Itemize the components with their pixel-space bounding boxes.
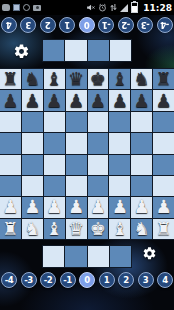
piece-white-pawn: ♟	[112, 198, 128, 216]
piece-white-bishop: ♝	[112, 220, 128, 238]
level-button--2[interactable]: -2	[118, 17, 134, 33]
level-button--1[interactable]: -1	[99, 17, 115, 33]
signal-icon	[120, 4, 128, 12]
piece-black-knight: ♞	[24, 70, 40, 88]
level-button--1[interactable]: -1	[60, 272, 76, 288]
square-h4[interactable]	[153, 155, 174, 175]
square-b4[interactable]	[22, 155, 43, 175]
level-button-2[interactable]: 2	[40, 17, 56, 33]
level-button--3[interactable]: -3	[138, 17, 154, 33]
camera-icon	[33, 5, 41, 11]
mute-icon	[86, 3, 95, 12]
level-button-3[interactable]: 3	[21, 17, 37, 33]
square-d3[interactable]	[66, 176, 87, 196]
piece-white-bishop: ♝	[46, 220, 62, 238]
square-g4[interactable]	[131, 155, 152, 175]
promotion-tray-top	[43, 40, 131, 61]
level-button--4[interactable]: -4	[1, 272, 17, 288]
level-button-4[interactable]: 4	[157, 272, 173, 288]
square-f3[interactable]	[109, 176, 130, 196]
square-g6[interactable]	[131, 112, 152, 132]
player-level-selector: -4-3-2-101234	[1, 271, 173, 289]
tray-square-c-bottom[interactable]	[43, 246, 64, 267]
level-button-1[interactable]: 1	[60, 17, 76, 33]
piece-black-queen: ♛	[68, 70, 84, 88]
piece-white-rook: ♜	[155, 220, 171, 238]
square-f1[interactable]: ♝	[109, 219, 130, 239]
square-e1[interactable]: ♚	[88, 219, 109, 239]
square-g1[interactable]: ♞	[131, 219, 152, 239]
piece-black-knight: ♞	[134, 70, 150, 88]
promotion-tray-bottom	[43, 246, 131, 267]
square-f7[interactable]: ♟	[109, 90, 130, 110]
square-f4[interactable]	[109, 155, 130, 175]
square-a7[interactable]: ♟	[0, 90, 21, 110]
piece-black-pawn: ♟	[134, 92, 150, 110]
level-button--2[interactable]: -2	[40, 272, 56, 288]
app-screen: 11:28 -4-3-2-101234 ♜♞♝♛♚♝♞♜♟♟♟♟♟♟♟♟♟♟♟♟…	[0, 0, 174, 310]
piece-white-pawn: ♟	[24, 198, 40, 216]
square-g8[interactable]: ♞	[131, 69, 152, 89]
square-b6[interactable]	[22, 112, 43, 132]
piece-black-pawn: ♟	[112, 92, 128, 110]
piece-white-rook: ♜	[2, 220, 18, 238]
square-b2[interactable]: ♟	[22, 197, 43, 217]
square-b7[interactable]: ♟	[22, 90, 43, 110]
clock-text: 11:28	[143, 3, 172, 13]
tray-square-e-top[interactable]	[88, 40, 109, 61]
square-g7[interactable]: ♟	[131, 90, 152, 110]
settings-gear-bottom[interactable]	[142, 246, 157, 261]
tray-square-d-top[interactable]	[65, 40, 86, 61]
screenshot-icon	[13, 4, 20, 11]
piece-white-pawn: ♟	[134, 198, 150, 216]
square-c5[interactable]	[44, 133, 65, 153]
square-f8[interactable]: ♝	[109, 69, 130, 89]
square-a8[interactable]: ♜	[0, 69, 21, 89]
piece-white-pawn: ♟	[68, 198, 84, 216]
notification-icon	[2, 4, 10, 11]
piece-white-pawn: ♟	[90, 198, 106, 216]
level-button-1[interactable]: 1	[99, 272, 115, 288]
status-bar: 11:28	[0, 0, 174, 15]
tray-square-f-bottom[interactable]	[110, 246, 131, 267]
level-button-3[interactable]: 3	[138, 272, 154, 288]
square-d7[interactable]: ♟	[66, 90, 87, 110]
square-g2[interactable]: ♟	[131, 197, 152, 217]
piece-white-pawn: ♟	[46, 198, 62, 216]
square-f5[interactable]	[109, 133, 130, 153]
square-e8[interactable]: ♚	[88, 69, 109, 89]
piece-black-rook: ♜	[2, 70, 18, 88]
square-g3[interactable]	[131, 176, 152, 196]
square-e2[interactable]: ♟	[88, 197, 109, 217]
tray-square-c-top[interactable]	[43, 40, 64, 61]
square-d2[interactable]: ♟	[66, 197, 87, 217]
square-d6[interactable]	[66, 112, 87, 132]
square-c2[interactable]: ♟	[44, 197, 65, 217]
square-f6[interactable]	[109, 112, 130, 132]
piece-black-pawn: ♟	[2, 92, 18, 110]
square-e6[interactable]	[88, 112, 109, 132]
square-e7[interactable]: ♟	[88, 90, 109, 110]
data-arrows-icon	[110, 3, 117, 12]
square-e5[interactable]	[88, 133, 109, 153]
square-a5[interactable]	[0, 133, 21, 153]
square-a3[interactable]	[0, 176, 21, 196]
square-c4[interactable]	[44, 155, 65, 175]
level-button--4[interactable]: -4	[157, 17, 173, 33]
square-h1[interactable]: ♜	[153, 219, 174, 239]
alarm-icon	[98, 3, 107, 12]
square-c8[interactable]: ♝	[44, 69, 65, 89]
level-button--3[interactable]: -3	[21, 272, 37, 288]
battery-icon	[131, 2, 138, 13]
piece-white-knight: ♞	[24, 220, 40, 238]
square-c6[interactable]	[44, 112, 65, 132]
opponent-level-selector: -4-3-2-101234	[1, 16, 173, 34]
square-c3[interactable]	[44, 176, 65, 196]
piece-black-pawn: ♟	[90, 92, 106, 110]
tray-square-e-bottom[interactable]	[88, 246, 109, 267]
piece-white-knight: ♞	[134, 220, 150, 238]
tray-square-d-bottom[interactable]	[65, 246, 86, 267]
level-button-4[interactable]: 4	[1, 17, 17, 33]
piece-black-bishop: ♝	[112, 70, 128, 88]
level-button-0[interactable]: 0	[79, 272, 95, 288]
settings-gear-top[interactable]	[13, 43, 30, 60]
piece-black-rook: ♜	[155, 70, 171, 88]
piece-white-queen: ♛	[68, 220, 84, 238]
piece-black-pawn: ♟	[155, 92, 171, 110]
square-a2[interactable]: ♟	[0, 197, 21, 217]
tray-square-f-top[interactable]	[110, 40, 131, 61]
square-a6[interactable]	[0, 112, 21, 132]
square-c7[interactable]: ♟	[44, 90, 65, 110]
square-b3[interactable]	[22, 176, 43, 196]
square-h2[interactable]: ♟	[153, 197, 174, 217]
square-a4[interactable]	[0, 155, 21, 175]
piece-white-king: ♚	[90, 220, 106, 238]
square-f2[interactable]: ♟	[109, 197, 130, 217]
square-a1[interactable]: ♜	[0, 219, 21, 239]
square-d1[interactable]: ♛	[66, 219, 87, 239]
square-d4[interactable]	[66, 155, 87, 175]
chess-board: ♜♞♝♛♚♝♞♜♟♟♟♟♟♟♟♟♟♟♟♟♟♟♟♟♜♞♝♛♚♝♞♜	[0, 68, 174, 240]
square-h3[interactable]	[153, 176, 174, 196]
square-d5[interactable]	[66, 133, 87, 153]
circle-notification-icon	[23, 4, 30, 11]
piece-white-pawn: ♟	[155, 198, 171, 216]
square-b5[interactable]	[22, 133, 43, 153]
piece-black-pawn: ♟	[24, 92, 40, 110]
piece-black-pawn: ♟	[46, 92, 62, 110]
piece-black-king: ♚	[90, 70, 106, 88]
square-g5[interactable]	[131, 133, 152, 153]
square-c1[interactable]: ♝	[44, 219, 65, 239]
piece-white-pawn: ♟	[2, 198, 18, 216]
piece-black-bishop: ♝	[46, 70, 62, 88]
piece-black-pawn: ♟	[68, 92, 84, 110]
square-h7[interactable]: ♟	[153, 90, 174, 110]
square-b8[interactable]: ♞	[22, 69, 43, 89]
square-h8[interactable]: ♜	[153, 69, 174, 89]
level-button-2[interactable]: 2	[118, 272, 134, 288]
square-d8[interactable]: ♛	[66, 69, 87, 89]
square-e3[interactable]	[88, 176, 109, 196]
square-h5[interactable]	[153, 133, 174, 153]
square-h6[interactable]	[153, 112, 174, 132]
square-b1[interactable]: ♞	[22, 219, 43, 239]
square-e4[interactable]	[88, 155, 109, 175]
level-button-0[interactable]: 0	[79, 17, 95, 33]
